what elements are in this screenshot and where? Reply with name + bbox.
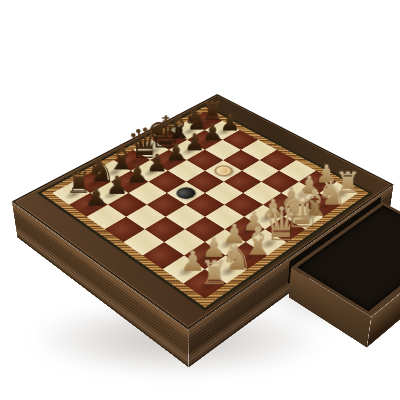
chess-case: ♜♞♝♛♚♝♞♜♟♟♟♟♟♟♟♟♟♟♟♟♟♟♟♟♜♞♝♛♚♝♞♜ [12, 94, 394, 330]
piece-white-r-a1[interactable]: ♜ [199, 257, 230, 290]
checker-black-d5[interactable] [172, 185, 199, 201]
piece-black-p-a7[interactable]: ♟ [82, 184, 110, 210]
product-photo-scene: ♜♞♝♛♚♝♞♜♟♟♟♟♟♟♟♟♟♟♟♟♟♟♟♟♜♞♝♛♚♝♞♜ [0, 0, 400, 400]
square-e5[interactable] [186, 171, 224, 193]
